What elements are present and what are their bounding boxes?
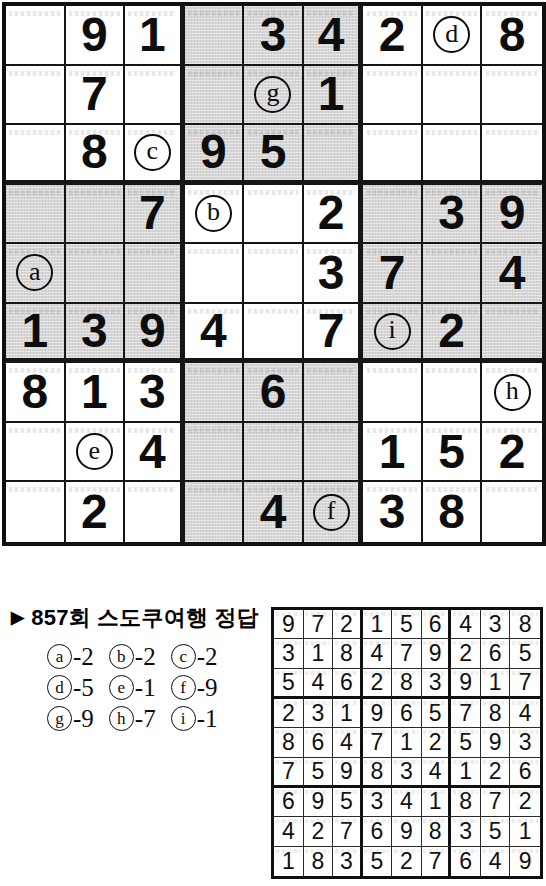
given-digit: 3 [260,11,287,59]
answer-row: g-9h-7i-1 [47,703,217,734]
circled-letter-c: c [134,134,171,171]
main-cell-r3c3[interactable]: c [125,125,185,185]
circled-letter-c: c [171,644,196,669]
circled-letter-h: h [494,374,531,411]
main-cell-r4c5[interactable] [244,185,304,245]
solution-cell-r8c4: 6 [363,817,393,846]
solution-cell-r3c7: 9 [451,669,481,699]
solution-cell-r3c4: 2 [363,669,393,699]
given-digit: 3 [318,249,345,297]
given-digit: 4 [139,428,166,476]
given-digit: 7 [81,70,108,118]
solution-cell-r9c2: 8 [304,847,334,876]
given-digit: 4 [318,11,345,59]
given-digit: 8 [438,488,465,536]
main-cell-r8c4[interactable] [185,423,245,483]
solution-cell-r3c1: 5 [274,669,304,699]
answer-value: -7 [135,705,156,733]
main-cell-r5c7: 7 [363,244,423,304]
solution-cell-r2c4: 4 [363,639,393,668]
solution-cell-r5c1: 8 [274,728,304,757]
main-cell-r2c7[interactable] [363,66,423,126]
solution-cell-r2c6: 9 [422,639,452,668]
answer-value: -1 [135,674,156,702]
main-cell-r5c2[interactable] [66,244,126,304]
main-cell-r4c6: 2 [304,185,364,245]
solution-cell-r6c7: 1 [451,758,481,788]
given-digit: 3 [139,368,166,416]
circled-letter-h: h [109,706,134,731]
solution-cell-r8c9: 1 [510,817,540,846]
given-digit: 3 [438,189,465,237]
main-cell-r6c7[interactable]: i [363,304,423,364]
main-cell-r1c1[interactable] [6,6,66,66]
circled-letter-b: b [109,644,134,669]
given-digit: 5 [438,428,465,476]
answer-pair-i: i-1 [171,705,218,733]
main-cell-r2c5[interactable]: g [244,66,304,126]
solution-cell-r4c9: 4 [510,699,540,728]
main-cell-r1c8[interactable]: d [423,6,483,66]
main-cell-r1c4[interactable] [185,6,245,66]
main-cell-r5c9: 4 [482,244,542,304]
solution-cell-r4c5: 6 [392,699,422,728]
answer-value: -2 [197,643,218,671]
answer-value: -2 [135,643,156,671]
solution-cell-r2c7: 2 [451,639,481,668]
solution-cell-r6c1: 7 [274,758,304,788]
given-digit: 6 [260,368,287,416]
solution-cell-r1c9: 8 [510,610,540,639]
triangle-marker-icon: ▶ [11,608,24,627]
given-digit: 9 [139,307,166,355]
solution-cell-r8c3: 7 [333,817,363,846]
main-cell-r9c7: 3 [363,482,423,542]
main-cell-r3c9[interactable] [482,125,542,185]
main-cell-r2c8[interactable] [423,66,483,126]
solution-cell-r8c1: 4 [274,817,304,846]
given-digit: 8 [499,11,526,59]
solution-cell-r3c8: 1 [481,669,511,699]
circled-letter-g: g [254,76,291,113]
main-cell-r9c3[interactable] [125,482,185,542]
given-digit: 7 [379,249,406,297]
given-digit: 9 [200,128,227,176]
solution-cell-r6c2: 5 [304,758,334,788]
main-cell-r7c5: 6 [244,363,304,423]
circled-letter-d: d [433,16,470,53]
solution-cell-r5c8: 9 [481,728,511,757]
main-cell-r7c7[interactable] [363,363,423,423]
solution-cell-r1c3: 2 [333,610,363,639]
solution-cell-r9c3: 3 [333,847,363,876]
answer-value: -9 [73,705,94,733]
answer-value: -5 [73,674,94,702]
solution-sudoku-grid: 9721564383184792655462839172319657848647… [271,607,543,879]
solution-cell-r4c3: 1 [333,699,363,728]
solution-cell-r2c1: 3 [274,639,304,668]
solution-cell-r6c8: 2 [481,758,511,788]
solution-cell-r4c6: 5 [422,699,452,728]
main-cell-r4c1[interactable] [6,185,66,245]
given-digit: 8 [81,128,108,176]
solution-cell-r2c3: 8 [333,639,363,668]
given-digit: 1 [379,428,406,476]
main-cell-r4c3: 7 [125,185,185,245]
answer-pair-d: d-5 [47,674,94,702]
answer-pair-e: e-1 [109,674,156,702]
solution-cell-r1c8: 3 [481,610,511,639]
solution-cell-r5c5: 1 [392,728,422,757]
given-digit: 3 [81,307,108,355]
solution-cell-r3c9: 7 [510,669,540,699]
answer-pair-g: g-9 [47,705,94,733]
main-cell-r3c8[interactable] [423,125,483,185]
solution-cell-r1c5: 5 [392,610,422,639]
answer-pair-h: h-7 [109,705,156,733]
solution-cell-r4c1: 2 [274,699,304,728]
given-digit: 2 [379,11,406,59]
answer-row: a-2b-2c-2 [47,641,217,672]
main-cell-r5c1[interactable]: a [6,244,66,304]
solution-cell-r2c9: 5 [510,639,540,668]
main-cell-r6c2: 3 [66,304,126,364]
main-cell-r4c4[interactable]: b [185,185,245,245]
solution-cell-r8c2: 2 [304,817,334,846]
given-digit: 1 [21,307,48,355]
solution-cell-r5c3: 4 [333,728,363,757]
main-cell-r6c5[interactable] [244,304,304,364]
main-cell-r4c7[interactable] [363,185,423,245]
main-cell-r7c9[interactable]: h [482,363,542,423]
given-digit: 1 [81,368,108,416]
given-digit: 3 [379,488,406,536]
solution-cell-r5c9: 3 [510,728,540,757]
solution-cell-r7c3: 5 [333,788,363,817]
answer-value: -2 [73,643,94,671]
solution-cell-r2c8: 6 [481,639,511,668]
main-cell-r4c2[interactable] [66,185,126,245]
solution-cell-r6c4: 8 [363,758,393,788]
solution-cell-r9c1: 1 [274,847,304,876]
given-digit: 5 [260,128,287,176]
circled-letter-d: d [47,675,72,700]
solution-cell-r1c6: 6 [422,610,452,639]
main-cell-r8c7: 1 [363,423,423,483]
solution-cell-r4c7: 7 [451,699,481,728]
answer-list: a-2b-2c-2d-5e-1f-9g-9h-7i-1 [47,641,217,734]
main-cell-r2c6: 1 [304,66,364,126]
main-cell-r6c8: 2 [423,304,483,364]
solution-cell-r8c7: 3 [451,817,481,846]
given-digit: 1 [318,70,345,118]
solution-cell-r3c3: 6 [333,669,363,699]
main-cell-r8c9: 2 [482,423,542,483]
solution-cell-r9c9: 9 [510,847,540,876]
main-cell-r8c6[interactable] [304,423,364,483]
main-cell-r8c1[interactable] [6,423,66,483]
circled-letter-f: f [313,494,350,531]
solution-cell-r9c4: 5 [363,847,393,876]
circled-letter-a: a [47,644,72,669]
main-cell-r3c6[interactable] [304,125,364,185]
circled-letter-g: g [47,706,72,731]
solution-cell-r5c7: 5 [451,728,481,757]
main-cell-r8c3: 4 [125,423,185,483]
solution-cell-r8c6: 8 [422,817,452,846]
solution-cell-r1c4: 1 [363,610,393,639]
main-cell-r3c7[interactable] [363,125,423,185]
given-digit: 7 [139,189,166,237]
main-cell-r5c8[interactable] [423,244,483,304]
main-cell-r6c9[interactable] [482,304,542,364]
main-cell-r1c6: 4 [304,6,364,66]
main-cell-r2c9[interactable] [482,66,542,126]
main-cell-r8c5[interactable] [244,423,304,483]
solution-cell-r9c8: 4 [481,847,511,876]
main-cell-r4c9: 9 [482,185,542,245]
answer-value: -1 [197,705,218,733]
solution-cell-r5c4: 7 [363,728,393,757]
main-cell-r7c3: 3 [125,363,185,423]
solution-cell-r1c1: 9 [274,610,304,639]
given-digit: 9 [81,11,108,59]
main-cell-r2c4[interactable] [185,66,245,126]
main-cell-r3c1[interactable] [6,125,66,185]
solution-cell-r2c2: 1 [304,639,334,668]
given-digit: 9 [499,189,526,237]
solution-cell-r6c3: 9 [333,758,363,788]
solution-cell-r9c5: 2 [392,847,422,876]
given-digit: 8 [21,368,48,416]
solution-cell-r6c6: 4 [422,758,452,788]
circled-letter-i: i [171,706,196,731]
solution-cell-r3c2: 4 [304,669,334,699]
main-cell-r1c9: 8 [482,6,542,66]
given-digit: 2 [318,189,345,237]
given-digit: 4 [200,307,227,355]
solution-cell-r4c4: 9 [363,699,393,728]
solution-cell-r1c2: 7 [304,610,334,639]
answer-pair-f: f-9 [171,674,218,702]
solution-cell-r6c5: 3 [392,758,422,788]
main-cell-r7c2: 1 [66,363,126,423]
solution-cell-r4c8: 8 [481,699,511,728]
solution-cell-r7c1: 6 [274,788,304,817]
solution-cell-r5c2: 6 [304,728,334,757]
solution-cell-r6c9: 6 [510,758,540,788]
given-digit: 1 [139,11,166,59]
solution-cell-r5c6: 2 [422,728,452,757]
circled-letter-i: i [374,313,411,350]
given-digit: 4 [260,488,287,536]
main-cell-r6c4: 4 [185,304,245,364]
solution-cell-r7c5: 4 [392,788,422,817]
solution-cell-r8c8: 5 [481,817,511,846]
main-cell-r2c2: 7 [66,66,126,126]
solution-cell-r7c9: 2 [510,788,540,817]
main-cell-r1c3: 1 [125,6,185,66]
given-digit: 2 [499,428,526,476]
main-cell-r7c6[interactable] [304,363,364,423]
main-cell-r1c7: 2 [363,6,423,66]
solution-cell-r8c5: 9 [392,817,422,846]
given-digit: 7 [318,307,345,355]
solution-cell-r7c8: 7 [481,788,511,817]
circled-letter-e: e [76,433,113,470]
given-digit: 2 [438,307,465,355]
answer-heading: ▶857회 스도쿠여행 정답 [11,603,259,633]
main-cell-r1c5: 3 [244,6,304,66]
answer-value: -9 [197,674,218,702]
main-cell-r5c3[interactable] [125,244,185,304]
main-cell-r9c6[interactable]: f [304,482,364,542]
main-cell-r1c2: 9 [66,6,126,66]
main-cell-r4c8: 3 [423,185,483,245]
solution-cell-r2c5: 7 [392,639,422,668]
main-cell-r9c1[interactable] [6,482,66,542]
main-cell-r8c2[interactable]: e [66,423,126,483]
solution-cell-r7c4: 3 [363,788,393,817]
solution-cell-r4c2: 3 [304,699,334,728]
solution-cell-r3c5: 8 [392,669,422,699]
main-cell-r6c6: 7 [304,304,364,364]
main-cell-r6c1: 1 [6,304,66,364]
answer-pair-b: b-2 [109,643,156,671]
main-cell-r3c5: 5 [244,125,304,185]
main-cell-r9c8: 8 [423,482,483,542]
main-cell-r6c3: 9 [125,304,185,364]
main-cell-r7c8[interactable] [423,363,483,423]
solution-cell-r7c7: 8 [451,788,481,817]
answer-pair-c: c-2 [171,643,218,671]
solution-cell-r9c6: 7 [422,847,452,876]
main-cell-r9c2: 2 [66,482,126,542]
given-digit: 4 [499,249,526,297]
main-cell-r3c4: 9 [185,125,245,185]
main-cell-r2c3[interactable] [125,66,185,126]
main-cell-r9c9[interactable] [482,482,542,542]
main-cell-r7c1: 8 [6,363,66,423]
answer-row: d-5e-1f-9 [47,672,217,703]
solution-cell-r1c7: 4 [451,610,481,639]
circled-letter-e: e [109,675,134,700]
given-digit: 2 [81,488,108,536]
circled-letter-f: f [171,675,196,700]
solution-cell-r7c2: 9 [304,788,334,817]
main-cell-r5c4[interactable] [185,244,245,304]
circled-letter-a: a [16,254,53,291]
main-cell-r7c4[interactable] [185,363,245,423]
main-cell-r5c5[interactable] [244,244,304,304]
answer-pair-a: a-2 [47,643,94,671]
main-cell-r2c1[interactable] [6,66,66,126]
solution-cell-r7c6: 1 [422,788,452,817]
main-cell-r5c6: 3 [304,244,364,304]
answer-heading-text: 857회 스도쿠여행 정답 [31,605,259,630]
main-sudoku-grid: 91342d87g18c957b239a37413947i28136he4152… [2,2,546,546]
circled-letter-b: b [195,195,232,232]
main-cell-r3c2: 8 [66,125,126,185]
solution-cell-r9c7: 6 [451,847,481,876]
main-cell-r9c5: 4 [244,482,304,542]
solution-cell-r3c6: 3 [422,669,452,699]
main-cell-r8c8: 5 [423,423,483,483]
main-cell-r9c4[interactable] [185,482,245,542]
